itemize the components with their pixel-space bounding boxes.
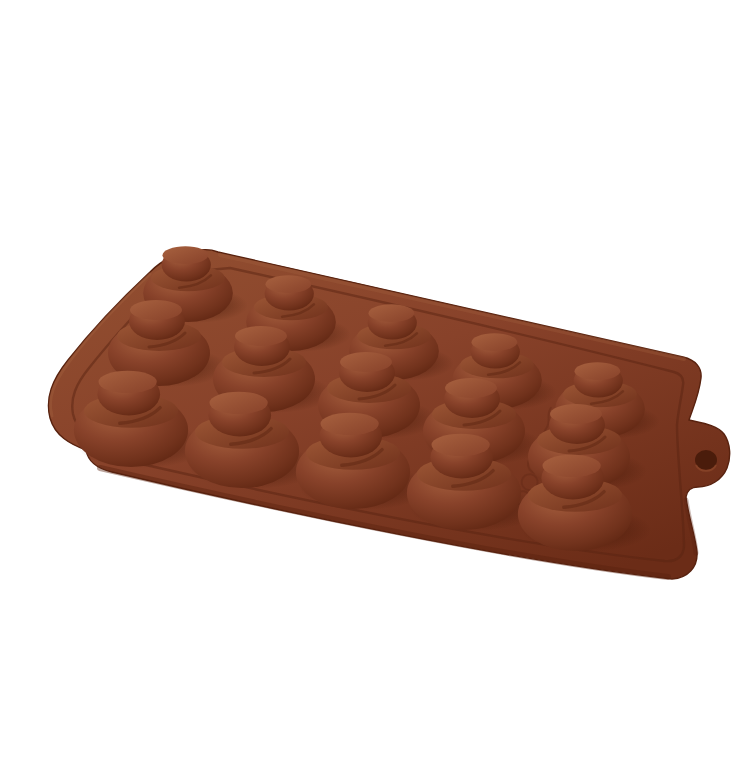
bump-top <box>265 275 311 293</box>
bump-top <box>210 392 268 414</box>
bump-top <box>471 333 517 351</box>
bump-top <box>368 304 414 322</box>
bump-top <box>445 378 497 398</box>
bump-top <box>550 404 602 424</box>
bump-top <box>432 434 490 456</box>
bump-top <box>235 326 287 346</box>
bump-top <box>543 455 601 477</box>
bump-top <box>162 246 208 264</box>
bump-top <box>340 352 392 372</box>
product-photo <box>0 0 751 768</box>
bump-top <box>130 300 182 320</box>
bump-top <box>574 362 620 380</box>
chocolate-mold-photo <box>0 0 751 768</box>
bump-top <box>99 371 157 393</box>
bump-top <box>321 413 379 435</box>
hanging-tab <box>695 450 717 471</box>
